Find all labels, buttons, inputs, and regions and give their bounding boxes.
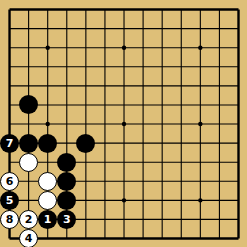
white-stone [38,191,57,210]
board-intersection [19,134,38,153]
board-intersection [95,38,114,57]
board-intersection [95,229,114,247]
board-intersection [57,19,76,38]
board-intersection [114,114,133,133]
board-intersection [95,134,114,153]
board-intersection [38,229,57,247]
black-stone [57,191,76,210]
board-intersection: 7 [0,134,19,153]
board-intersection [153,76,172,95]
board-intersection [172,76,191,95]
board-intersection [76,38,95,57]
board-intersection [76,191,95,210]
board-intersection [76,114,95,133]
board-intersection [114,172,133,191]
board-intersection [0,95,19,114]
black-stone [38,134,57,153]
board-intersection [19,38,38,57]
board-intersection [210,57,229,76]
board-intersection [153,95,172,114]
board-intersection: 2 [19,210,38,229]
board-intersection [19,19,38,38]
board-intersection [95,0,114,19]
black-stone [57,153,76,172]
move-number-label: 5 [6,194,14,205]
board-intersection [0,0,19,19]
board-intersection [134,76,153,95]
board-intersection [19,57,38,76]
board-intersection [134,57,153,76]
board-intersection [114,191,133,210]
board-intersection [191,19,210,38]
board-intersection [57,229,76,247]
board-intersection [76,19,95,38]
board-intersection: 4 [19,229,38,247]
board-intersection [19,172,38,191]
board-intersection [229,95,247,114]
board-intersection [0,76,19,95]
board-intersection [172,229,191,247]
board-intersection [38,153,57,172]
board-intersection [76,172,95,191]
board-intersection [191,229,210,247]
board-intersection [134,134,153,153]
board-intersection: 5 [0,191,19,210]
board-intersection [19,114,38,133]
move-number-label: 1 [44,213,52,224]
board-intersection [95,95,114,114]
board-intersection: 6 [0,172,19,191]
black-stone-move-5: 5 [0,191,19,210]
board-intersection [114,134,133,153]
board-intersection [229,114,247,133]
white-stone-move-8: 8 [0,210,19,229]
move-number-label: 2 [25,213,33,224]
move-number-label: 6 [6,175,14,186]
white-stone-move-6: 6 [0,172,19,191]
board-intersection [172,0,191,19]
board-intersection [172,95,191,114]
board-intersection [210,95,229,114]
board-intersection [229,38,247,57]
board-intersection [114,76,133,95]
board-intersection [95,153,114,172]
board-intersection [76,229,95,247]
white-stone [38,172,57,191]
black-stone [57,172,76,191]
board-intersection [114,153,133,172]
board-intersection [210,0,229,19]
black-stone-move-1: 1 [38,210,57,229]
board-intersection [0,229,19,247]
board-intersection [57,38,76,57]
board-intersection [95,114,114,133]
board-intersection [38,57,57,76]
board-intersection [153,38,172,57]
board-intersection [76,210,95,229]
board-intersection [153,57,172,76]
board-intersection [153,153,172,172]
board-intersection [153,19,172,38]
board-intersection [114,0,133,19]
black-stone [19,134,38,153]
board-intersection [0,57,19,76]
board-intersection: 8 [0,210,19,229]
board-intersection [134,191,153,210]
board-intersection [0,19,19,38]
board-intersection [38,19,57,38]
board-intersection [114,95,133,114]
board-intersection [191,134,210,153]
board-intersection [210,153,229,172]
white-stone-move-2: 2 [19,210,38,229]
board-intersection [57,114,76,133]
board-intersection [134,114,153,133]
board-intersection [38,95,57,114]
go-board: 76582134 [0,0,247,247]
board-intersection [172,38,191,57]
board-intersection [210,134,229,153]
board-intersection [114,38,133,57]
board-intersection [57,191,76,210]
board-intersection [57,134,76,153]
board-intersection [134,229,153,247]
board-intersection [134,172,153,191]
board-intersection [172,134,191,153]
board-intersection [153,172,172,191]
board-intersection [134,95,153,114]
board-intersection [210,76,229,95]
board-intersection [114,19,133,38]
board-intersection [76,0,95,19]
board-intersection [95,191,114,210]
move-number-label: 8 [6,213,14,224]
black-stone-move-3: 3 [57,210,76,229]
board-intersection [191,210,210,229]
board-intersection [172,172,191,191]
board-intersection [191,76,210,95]
board-intersection [134,38,153,57]
board-intersection [229,210,247,229]
board-intersection [172,191,191,210]
board-intersection [210,38,229,57]
move-number-label: 3 [63,213,71,224]
board-intersection [229,134,247,153]
board-intersection [19,153,38,172]
board-intersection [0,114,19,133]
board-intersection [172,57,191,76]
board-intersection [134,153,153,172]
board-intersection [172,114,191,133]
board-intersection [76,95,95,114]
black-stone [19,95,38,114]
board-intersection [229,76,247,95]
board-intersection [191,153,210,172]
board-intersection: 1 [38,210,57,229]
board-intersection [229,0,247,19]
board-intersection [19,191,38,210]
board-intersection [38,172,57,191]
board-intersection [172,210,191,229]
board-intersection [153,114,172,133]
board-intersection [153,229,172,247]
board-intersection [95,172,114,191]
board-intersection [19,76,38,95]
move-number-label: 7 [6,137,14,148]
board-intersection [153,0,172,19]
board-intersection [191,114,210,133]
board-intersection [210,114,229,133]
board-intersection [19,0,38,19]
board-intersection [229,229,247,247]
board-intersection [134,0,153,19]
board-intersection [153,210,172,229]
board-intersections: 76582134 [0,0,247,247]
board-intersection [210,210,229,229]
board-intersection [210,19,229,38]
board-intersection [229,172,247,191]
board-intersection: 3 [57,210,76,229]
board-intersection [191,95,210,114]
board-intersection [153,191,172,210]
board-intersection [229,191,247,210]
board-intersection [191,191,210,210]
board-intersection [76,153,95,172]
board-intersection [191,0,210,19]
board-intersection [38,191,57,210]
board-intersection [153,134,172,153]
board-intersection [57,153,76,172]
board-intersection [95,210,114,229]
move-number-label: 4 [25,232,33,243]
board-intersection [191,172,210,191]
board-intersection [191,38,210,57]
board-intersection [57,57,76,76]
board-intersection [172,19,191,38]
board-intersection [210,172,229,191]
board-intersection [57,95,76,114]
board-intersection [76,57,95,76]
white-stone-move-4: 4 [19,229,38,247]
board-intersection [114,229,133,247]
black-stone [76,134,95,153]
board-intersection [210,191,229,210]
black-stone-move-7: 7 [0,134,19,153]
board-intersection [134,19,153,38]
board-intersection [38,38,57,57]
board-intersection [95,19,114,38]
board-intersection [38,0,57,19]
board-intersection [95,57,114,76]
board-intersection [57,76,76,95]
board-intersection [191,57,210,76]
board-intersection [229,57,247,76]
board-intersection [57,172,76,191]
board-intersection [172,153,191,172]
board-intersection [0,153,19,172]
board-intersection [134,210,153,229]
board-intersection [0,38,19,57]
board-intersection [114,210,133,229]
board-intersection [210,229,229,247]
board-intersection [19,95,38,114]
board-intersection [57,0,76,19]
board-intersection [76,134,95,153]
board-intersection [95,76,114,95]
board-intersection [76,76,95,95]
board-intersection [38,134,57,153]
board-intersection [229,19,247,38]
board-intersection [38,114,57,133]
board-intersection [38,76,57,95]
board-intersection [114,57,133,76]
board-intersection [229,153,247,172]
white-stone [19,153,38,172]
